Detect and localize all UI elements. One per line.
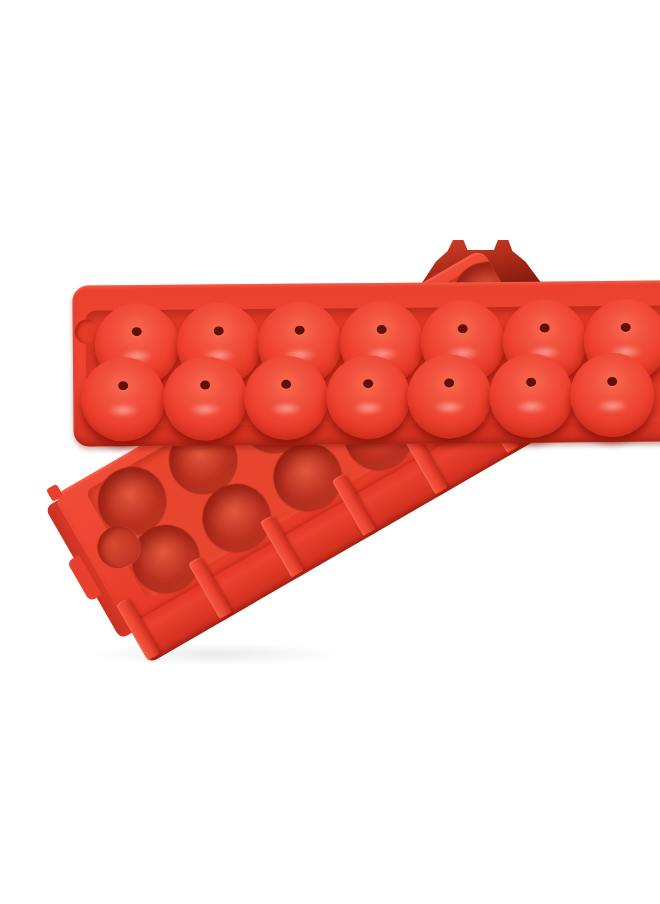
vent-hole	[363, 379, 373, 388]
ice-ball-dome	[325, 355, 410, 440]
ice-ball-dome	[244, 355, 329, 440]
vent-hole	[213, 326, 223, 335]
vent-hole	[607, 377, 617, 386]
specular-highlight	[270, 402, 302, 416]
vent-hole	[526, 378, 536, 387]
vent-hole	[200, 381, 210, 390]
ice-ball-dome	[570, 353, 655, 438]
top-tray	[72, 280, 660, 446]
specular-highlight	[352, 401, 384, 415]
vent-hole	[444, 378, 454, 387]
specular-highlight	[107, 403, 139, 417]
ground-shadow	[90, 642, 340, 666]
vent-hole	[621, 323, 631, 332]
vent-hole	[118, 381, 128, 390]
vent-hole	[539, 324, 549, 333]
ice-ball-dome	[81, 357, 166, 442]
vent-hole	[376, 325, 386, 334]
specular-highlight	[189, 402, 221, 416]
vent-hole	[295, 326, 305, 335]
specular-highlight	[433, 400, 465, 414]
vent-hole	[458, 324, 468, 333]
ice-ball-dome	[407, 354, 492, 439]
specular-highlight	[515, 400, 547, 414]
product-photo-scene: Two stacked bright red plastic ice-ball …	[40, 16, 660, 904]
ice-ball-dome	[488, 353, 573, 438]
specular-highlight	[596, 399, 628, 413]
vent-hole	[132, 327, 142, 336]
ice-ball-dome	[162, 356, 247, 441]
vent-hole	[281, 380, 291, 389]
photo-caption: Two stacked bright red plastic ice-ball …	[40, 16, 41, 17]
